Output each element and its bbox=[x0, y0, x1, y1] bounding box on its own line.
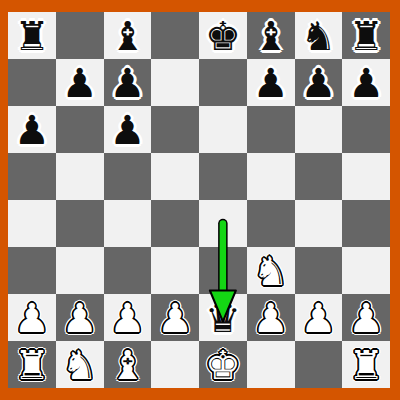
white-king[interactable]: ♚ bbox=[205, 345, 241, 385]
square-h2[interactable]: ♟ bbox=[342, 294, 390, 341]
white-pawn[interactable]: ♟ bbox=[14, 298, 50, 338]
square-f5[interactable] bbox=[247, 153, 295, 200]
square-f1[interactable] bbox=[247, 341, 295, 388]
white-bishop[interactable]: ♝ bbox=[109, 345, 145, 385]
square-c3[interactable] bbox=[104, 247, 152, 294]
square-d2[interactable]: ♟ bbox=[151, 294, 199, 341]
square-a1[interactable]: ♜ bbox=[8, 341, 56, 388]
square-d5[interactable] bbox=[151, 153, 199, 200]
chess-app: ♜♝♚♝♞♜♟♟♟♟♟♟♟♞♟♟♟♟♛♟♟♟♜♞♝♚♜ bbox=[0, 0, 400, 400]
square-h3[interactable] bbox=[342, 247, 390, 294]
square-g6[interactable] bbox=[295, 106, 343, 153]
square-e6[interactable] bbox=[199, 106, 247, 153]
square-g7[interactable]: ♟ bbox=[295, 59, 343, 106]
square-g3[interactable] bbox=[295, 247, 343, 294]
square-d4[interactable] bbox=[151, 200, 199, 247]
black-rook[interactable]: ♜ bbox=[348, 16, 384, 56]
square-e7[interactable] bbox=[199, 59, 247, 106]
square-b1[interactable]: ♞ bbox=[56, 341, 104, 388]
square-f3[interactable]: ♞ bbox=[247, 247, 295, 294]
square-c6[interactable]: ♟ bbox=[104, 106, 152, 153]
square-g2[interactable]: ♟ bbox=[295, 294, 343, 341]
square-e2[interactable]: ♛ bbox=[199, 294, 247, 341]
square-f8[interactable]: ♝ bbox=[247, 12, 295, 59]
square-c5[interactable] bbox=[104, 153, 152, 200]
square-c8[interactable]: ♝ bbox=[104, 12, 152, 59]
square-e5[interactable] bbox=[199, 153, 247, 200]
square-a8[interactable]: ♜ bbox=[8, 12, 56, 59]
square-h6[interactable] bbox=[342, 106, 390, 153]
white-knight[interactable]: ♞ bbox=[62, 345, 98, 385]
square-a4[interactable] bbox=[8, 200, 56, 247]
black-queen[interactable]: ♛ bbox=[205, 298, 241, 338]
black-rook[interactable]: ♜ bbox=[14, 16, 50, 56]
square-b8[interactable] bbox=[56, 12, 104, 59]
square-d3[interactable] bbox=[151, 247, 199, 294]
square-b3[interactable] bbox=[56, 247, 104, 294]
square-d8[interactable] bbox=[151, 12, 199, 59]
square-c4[interactable] bbox=[104, 200, 152, 247]
black-pawn[interactable]: ♟ bbox=[109, 110, 145, 150]
square-b7[interactable]: ♟ bbox=[56, 59, 104, 106]
square-g8[interactable]: ♞ bbox=[295, 12, 343, 59]
square-b4[interactable] bbox=[56, 200, 104, 247]
square-a7[interactable] bbox=[8, 59, 56, 106]
square-c2[interactable]: ♟ bbox=[104, 294, 152, 341]
black-bishop[interactable]: ♝ bbox=[109, 16, 145, 56]
square-f6[interactable] bbox=[247, 106, 295, 153]
black-knight[interactable]: ♞ bbox=[300, 16, 336, 56]
white-pawn[interactable]: ♟ bbox=[157, 298, 193, 338]
square-e3[interactable] bbox=[199, 247, 247, 294]
square-f7[interactable]: ♟ bbox=[247, 59, 295, 106]
black-pawn[interactable]: ♟ bbox=[109, 63, 145, 103]
square-f4[interactable] bbox=[247, 200, 295, 247]
white-pawn[interactable]: ♟ bbox=[348, 298, 384, 338]
black-king[interactable]: ♚ bbox=[205, 16, 241, 56]
square-a2[interactable]: ♟ bbox=[8, 294, 56, 341]
black-pawn[interactable]: ♟ bbox=[14, 110, 50, 150]
square-e4[interactable] bbox=[199, 200, 247, 247]
white-pawn[interactable]: ♟ bbox=[300, 298, 336, 338]
white-rook[interactable]: ♜ bbox=[14, 345, 50, 385]
square-f2[interactable]: ♟ bbox=[247, 294, 295, 341]
square-d1[interactable] bbox=[151, 341, 199, 388]
black-pawn[interactable]: ♟ bbox=[300, 63, 336, 103]
square-g1[interactable] bbox=[295, 341, 343, 388]
white-pawn[interactable]: ♟ bbox=[62, 298, 98, 338]
square-d6[interactable] bbox=[151, 106, 199, 153]
black-pawn[interactable]: ♟ bbox=[348, 63, 384, 103]
square-a3[interactable] bbox=[8, 247, 56, 294]
white-rook[interactable]: ♜ bbox=[348, 345, 384, 385]
square-g4[interactable] bbox=[295, 200, 343, 247]
square-c1[interactable]: ♝ bbox=[104, 341, 152, 388]
square-b2[interactable]: ♟ bbox=[56, 294, 104, 341]
square-b6[interactable] bbox=[56, 106, 104, 153]
square-e8[interactable]: ♚ bbox=[199, 12, 247, 59]
black-pawn[interactable]: ♟ bbox=[62, 63, 98, 103]
square-h7[interactable]: ♟ bbox=[342, 59, 390, 106]
square-a5[interactable] bbox=[8, 153, 56, 200]
square-h4[interactable] bbox=[342, 200, 390, 247]
square-h8[interactable]: ♜ bbox=[342, 12, 390, 59]
square-d7[interactable] bbox=[151, 59, 199, 106]
white-knight[interactable]: ♞ bbox=[253, 251, 289, 291]
square-g5[interactable] bbox=[295, 153, 343, 200]
square-c7[interactable]: ♟ bbox=[104, 59, 152, 106]
square-a6[interactable]: ♟ bbox=[8, 106, 56, 153]
square-h1[interactable]: ♜ bbox=[342, 341, 390, 388]
chess-board: ♜♝♚♝♞♜♟♟♟♟♟♟♟♞♟♟♟♟♛♟♟♟♜♞♝♚♜ bbox=[8, 12, 390, 388]
white-pawn[interactable]: ♟ bbox=[253, 298, 289, 338]
square-b5[interactable] bbox=[56, 153, 104, 200]
white-pawn[interactable]: ♟ bbox=[109, 298, 145, 338]
black-pawn[interactable]: ♟ bbox=[253, 63, 289, 103]
black-bishop[interactable]: ♝ bbox=[253, 16, 289, 56]
square-h5[interactable] bbox=[342, 153, 390, 200]
square-e1[interactable]: ♚ bbox=[199, 341, 247, 388]
